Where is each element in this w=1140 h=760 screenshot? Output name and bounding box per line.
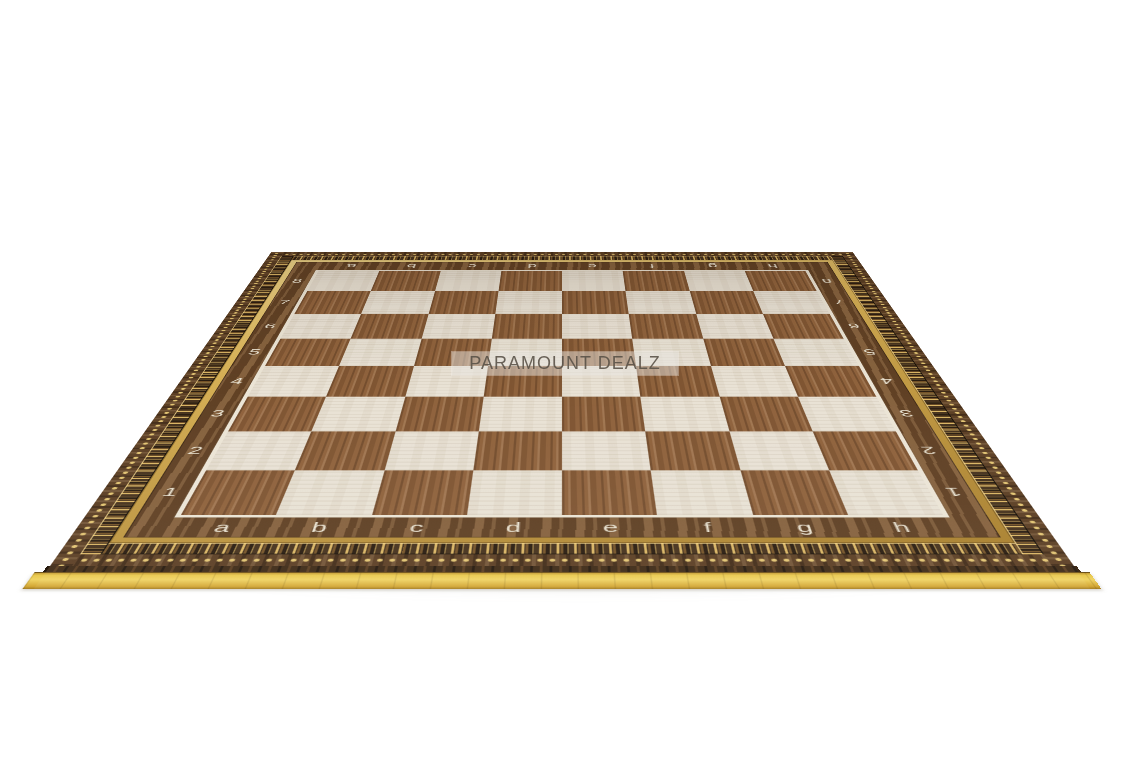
file-label-d: d bbox=[501, 262, 562, 270]
square-b1 bbox=[276, 470, 384, 515]
file-label-e: e bbox=[562, 262, 623, 270]
square-f3 bbox=[641, 397, 729, 432]
square-c2 bbox=[384, 431, 478, 470]
file-label-b: b bbox=[267, 517, 371, 537]
file-label-e: e bbox=[562, 517, 660, 537]
square-e6 bbox=[562, 314, 632, 339]
file-label-f: f bbox=[622, 262, 684, 270]
square-d6 bbox=[492, 314, 562, 339]
square-f8 bbox=[623, 271, 690, 291]
square-h7 bbox=[753, 291, 829, 313]
file-label-a: a bbox=[168, 517, 275, 537]
square-e2 bbox=[562, 431, 651, 470]
square-c3 bbox=[395, 397, 483, 432]
square-f7 bbox=[626, 291, 696, 313]
square-d3 bbox=[479, 397, 562, 432]
square-f2 bbox=[645, 431, 739, 470]
file-label-b: b bbox=[380, 262, 443, 270]
square-b6 bbox=[351, 314, 428, 339]
square-c8 bbox=[435, 271, 502, 291]
square-b5 bbox=[339, 339, 421, 366]
square-h6 bbox=[763, 314, 844, 339]
square-d7 bbox=[495, 291, 562, 313]
square-d8 bbox=[498, 271, 562, 291]
square-c7 bbox=[428, 291, 498, 313]
square-d1 bbox=[467, 470, 562, 515]
file-label-g: g bbox=[681, 262, 744, 270]
square-d2 bbox=[473, 431, 562, 470]
watermark: PARAMOUNT DEALZ bbox=[452, 352, 678, 375]
watermark-text: PARAMOUNT DEALZ bbox=[469, 353, 660, 374]
square-b2 bbox=[295, 431, 395, 470]
square-b7 bbox=[361, 291, 434, 313]
file-labels-near: abcdefgh bbox=[168, 517, 956, 537]
file-label-g: g bbox=[753, 517, 857, 537]
file-labels-far: abcdefgh bbox=[319, 262, 805, 270]
square-e7 bbox=[562, 291, 629, 313]
square-b3 bbox=[312, 397, 405, 432]
square-h5 bbox=[773, 339, 859, 366]
file-label-h: h bbox=[849, 517, 956, 537]
product-photo: abcdefgh abcdefgh 87654321 87654321 PARA… bbox=[0, 0, 1140, 760]
frame-ornate-bottom bbox=[80, 543, 1044, 554]
square-g4 bbox=[711, 366, 798, 397]
square-a6 bbox=[281, 314, 362, 339]
square-b8 bbox=[371, 271, 440, 291]
file-label-h: h bbox=[741, 262, 805, 270]
file-label-d: d bbox=[464, 517, 562, 537]
square-g7 bbox=[689, 291, 762, 313]
square-g6 bbox=[696, 314, 773, 339]
square-h8 bbox=[745, 271, 817, 291]
square-e3 bbox=[562, 397, 645, 432]
square-g3 bbox=[719, 397, 812, 432]
square-e8 bbox=[562, 271, 626, 291]
square-a7 bbox=[294, 291, 370, 313]
square-g8 bbox=[684, 271, 753, 291]
square-a4 bbox=[248, 366, 340, 397]
gold-painted-edge bbox=[22, 572, 1101, 589]
square-f6 bbox=[629, 314, 703, 339]
chess-board: abcdefgh abcdefgh 87654321 87654321 bbox=[50, 252, 1074, 566]
frame-outer-wood-bottom bbox=[50, 554, 1074, 566]
square-c1 bbox=[371, 470, 473, 515]
square-a5 bbox=[265, 339, 351, 366]
square-b4 bbox=[326, 366, 413, 397]
square-c6 bbox=[421, 314, 495, 339]
square-f1 bbox=[651, 470, 753, 515]
square-e1 bbox=[562, 470, 657, 515]
file-label-c: c bbox=[365, 517, 466, 537]
square-a8 bbox=[307, 271, 379, 291]
square-g5 bbox=[703, 339, 785, 366]
file-label-c: c bbox=[441, 262, 503, 270]
file-label-f: f bbox=[658, 517, 759, 537]
file-label-a: a bbox=[319, 262, 383, 270]
